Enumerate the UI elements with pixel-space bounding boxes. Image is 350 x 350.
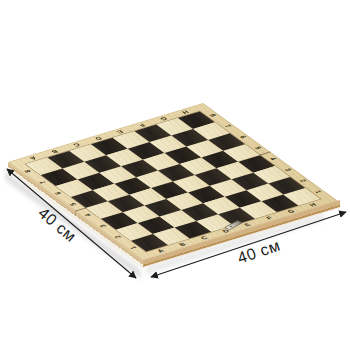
dimension-label-bottom: 40 см <box>236 237 283 266</box>
rank-label-left-3: 3 <box>89 220 118 232</box>
product-photo-canvas: AABBCCDDEEFFGGHH1122334455667788 40 см 4… <box>0 0 350 350</box>
fold-seam-notch-right <box>259 151 271 155</box>
rank-label-left-2: 2 <box>104 231 133 243</box>
rank-label-left-8: 8 <box>14 165 43 177</box>
rank-label-left-4: 4 <box>74 209 103 221</box>
rank-label-left-6: 6 <box>44 187 73 199</box>
rank-label-left-7: 7 <box>29 176 58 188</box>
rank-label-left-1: 1 <box>119 242 148 254</box>
fold-seam-notch-left <box>75 207 87 211</box>
